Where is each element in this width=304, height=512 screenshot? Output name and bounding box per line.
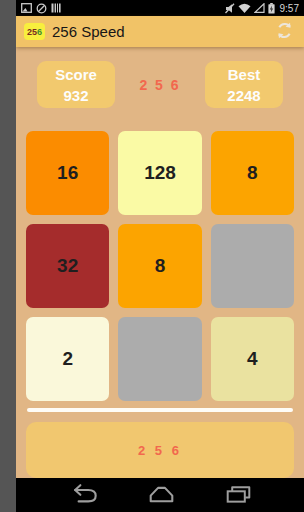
tile-r1c2: 128 <box>118 131 201 215</box>
tile-r2c2: 8 <box>118 224 201 308</box>
scoreboard: Score 932 2 5 6 Best 2248 <box>37 61 283 108</box>
timer-bar <box>27 408 293 412</box>
battery-charging-icon <box>268 3 275 14</box>
best-label: Best <box>228 64 261 85</box>
tile-r3c3: 4 <box>211 317 294 401</box>
status-right-icons: 9:57 <box>225 3 299 14</box>
refresh-icon <box>275 21 294 43</box>
app-icon-text-left: 25 <box>27 27 37 37</box>
tile-r3c2 <box>118 317 201 401</box>
score-value: 932 <box>63 85 88 106</box>
tile-r2c1: 32 <box>26 224 109 308</box>
bars-icon <box>51 3 61 13</box>
circle-slash-icon <box>36 3 47 14</box>
timer-bar-fill <box>27 408 293 412</box>
bottom-panel-text: 2 5 6 <box>138 443 182 458</box>
app-title: 256 Speed <box>52 23 125 40</box>
recents-icon <box>225 484 252 507</box>
score-label: Score <box>55 64 97 85</box>
status-bar: 9:57 <box>16 0 304 16</box>
logo-text: 2 5 6 <box>139 77 180 93</box>
tile-r1c3: 8 <box>211 131 294 215</box>
back-icon <box>68 483 98 507</box>
game-area: Score 932 2 5 6 Best 2248 16 128 8 32 8 … <box>16 47 304 478</box>
android-nav-bar <box>16 478 304 512</box>
score-box: Score 932 <box>37 61 115 108</box>
tile-r3c1: 2 <box>26 317 109 401</box>
no-signal-icon <box>254 3 265 13</box>
phone-screen: 9:57 256 256 Speed Score 932 2 5 6 <box>16 0 304 512</box>
recents-button[interactable] <box>225 484 252 507</box>
screenshot-icon <box>21 3 32 13</box>
home-icon <box>146 484 177 506</box>
tile-board[interactable]: 16 128 8 32 8 2 4 <box>26 131 294 401</box>
best-value: 2248 <box>227 85 260 106</box>
best-box: Best 2248 <box>205 61 283 108</box>
home-button[interactable] <box>146 484 177 506</box>
app-bar: 256 256 Speed <box>16 16 304 47</box>
app-icon-text-right: 6 <box>37 27 42 37</box>
wifi-icon <box>238 3 251 13</box>
app-launcher-icon: 256 <box>24 23 45 40</box>
mute-icon <box>225 3 235 14</box>
status-time: 9:57 <box>280 3 299 14</box>
status-left-icons <box>21 3 61 14</box>
tile-r1c1: 16 <box>26 131 109 215</box>
bottom-panel: 2 5 6 <box>26 422 294 478</box>
refresh-button[interactable] <box>272 20 296 44</box>
back-button[interactable] <box>68 483 98 507</box>
tile-r2c3 <box>211 224 294 308</box>
